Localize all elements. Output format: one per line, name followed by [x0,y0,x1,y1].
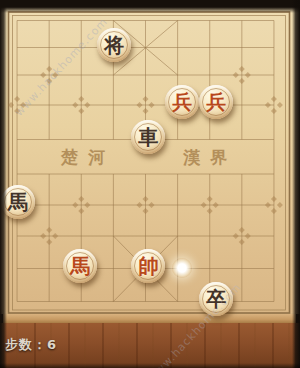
intersection-f6-r8[interactable] [199,252,233,285]
intersection-f5-r9[interactable] [165,285,199,318]
intersection-f1-r5[interactable] [35,158,63,190]
intersection-f5-r7[interactable] [165,220,199,252]
intersection-f1-r6[interactable] [35,190,63,220]
piece-black-general[interactable]: 将 [97,28,131,62]
piece-glyph: 将 [104,35,124,55]
intersection-f0-r4[interactable] [1,121,35,158]
intersection-f4-r0[interactable] [131,7,165,34]
piece-red-soldier-2[interactable]: 兵 [199,85,233,119]
intersection-f4-r6[interactable] [131,190,165,220]
xiangqi-board: 将兵兵車馬馬帥卒 [1,7,290,318]
intersection-f4-r3[interactable] [131,89,165,121]
intersection-f8-r5[interactable] [262,158,290,190]
intersection-f6-r5[interactable] [199,158,233,190]
intersection-f7-r7[interactable] [233,220,261,252]
move-highlight-dot [172,258,192,278]
move-counter: 步数：6 [5,336,57,354]
intersection-f4-r9[interactable] [131,285,165,318]
piece-glyph: 卒 [206,289,226,309]
intersection-f1-r7[interactable] [35,220,63,252]
intersection-f3-r9[interactable] [97,285,131,318]
piece-glyph: 兵 [206,92,226,112]
intersection-f4-r1[interactable] [131,34,165,61]
intersection-f3-r3[interactable] [97,89,131,121]
intersection-f0-r0[interactable] [1,7,35,34]
intersection-f2-r3[interactable] [63,89,97,121]
intersection-f0-r7[interactable] [1,220,35,252]
intersection-f1-r1[interactable] [35,34,63,61]
intersection-f7-r2[interactable] [233,61,261,89]
intersection-f5-r4[interactable] [165,121,199,158]
intersection-f5-r3[interactable]: 兵 [165,89,199,121]
intersection-f3-r2[interactable] [97,61,131,89]
intersection-f3-r4[interactable] [97,121,131,158]
intersection-f3-r8[interactable] [97,252,131,285]
intersection-f0-r1[interactable] [1,34,35,61]
piece-black-soldier[interactable]: 卒 [199,282,233,316]
intersection-f7-r0[interactable] [233,7,261,34]
piece-glyph: 馬 [8,192,28,212]
intersection-f7-r8[interactable] [233,252,261,285]
intersection-f4-r2[interactable] [131,61,165,89]
intersection-f2-r0[interactable] [63,7,97,34]
intersection-f7-r4[interactable] [233,121,261,158]
intersection-f6-r9[interactable]: 卒 [199,285,233,318]
intersection-f5-r0[interactable] [165,7,199,34]
piece-glyph: 馬 [70,256,90,276]
intersection-f4-r8[interactable]: 帥 [131,252,165,285]
intersection-f6-r6[interactable] [199,190,233,220]
intersection-f1-r2[interactable] [35,61,63,89]
intersection-f2-r2[interactable] [63,61,97,89]
intersection-f3-r6[interactable] [97,190,131,220]
piece-glyph: 兵 [172,92,192,112]
intersection-f3-r7[interactable] [97,220,131,252]
intersection-f6-r0[interactable] [199,7,233,34]
intersection-f2-r6[interactable] [63,190,97,220]
intersection-f2-r1[interactable] [63,34,97,61]
intersection-f6-r4[interactable] [199,121,233,158]
intersection-f1-r9[interactable] [35,285,63,318]
intersection-f2-r8[interactable]: 馬 [63,252,97,285]
piece-red-general[interactable]: 帥 [131,249,165,283]
intersection-f4-r4[interactable]: 車 [131,121,165,158]
intersection-f7-r6[interactable] [233,190,261,220]
intersection-f6-r1[interactable] [199,34,233,61]
intersection-f1-r8[interactable] [35,252,63,285]
xiangqi-app-screen: 楚河 漢界 将兵兵車馬馬帥卒 步数：6 www.hackhome.com www… [0,0,300,368]
intersection-f1-r0[interactable] [35,7,63,34]
intersection-f0-r2[interactable] [1,61,35,89]
intersection-f5-r5[interactable] [165,158,199,190]
intersection-f0-r6[interactable]: 馬 [1,190,35,220]
intersection-f0-r9[interactable] [1,285,35,318]
intersection-f8-r2[interactable] [262,61,290,89]
intersection-f3-r1[interactable]: 将 [97,34,131,61]
intersection-f4-r7[interactable] [131,220,165,252]
piece-red-horse[interactable]: 馬 [63,249,97,283]
intersection-f0-r8[interactable] [1,252,35,285]
piece-glyph: 車 [138,127,158,147]
piece-black-chariot[interactable]: 車 [131,120,165,154]
intersection-f5-r8[interactable] [165,252,199,285]
intersection-f4-r5[interactable] [131,158,165,190]
intersection-f8-r4[interactable] [262,121,290,158]
intersection-f5-r1[interactable] [165,34,199,61]
intersection-f7-r9[interactable] [233,285,261,318]
move-counter-value: 6 [47,337,57,352]
intersection-f8-r1[interactable] [262,34,290,61]
intersection-f3-r5[interactable] [97,158,131,190]
intersection-f6-r3[interactable]: 兵 [199,89,233,121]
intersection-f8-r3[interactable] [262,89,290,121]
intersection-f2-r7[interactable] [63,220,97,252]
intersection-f8-r0[interactable] [262,7,290,34]
piece-black-horse[interactable]: 馬 [1,185,35,219]
intersection-f1-r3[interactable] [35,89,63,121]
intersection-f5-r6[interactable] [165,190,199,220]
intersection-f0-r3[interactable] [1,89,35,121]
intersection-f2-r4[interactable] [63,121,97,158]
piece-glyph: 帥 [138,256,158,276]
intersection-f7-r1[interactable] [233,34,261,61]
intersection-f7-r5[interactable] [233,158,261,190]
move-counter-label: 步数： [5,337,47,352]
intersection-f1-r4[interactable] [35,121,63,158]
intersection-f8-r7[interactable] [262,220,290,252]
piece-red-soldier-1[interactable]: 兵 [165,85,199,119]
intersection-f6-r7[interactable] [199,220,233,252]
intersection-f8-r6[interactable] [262,190,290,220]
intersection-f8-r9[interactable] [262,285,290,318]
intersection-f7-r3[interactable] [233,89,261,121]
intersection-f2-r9[interactable] [63,285,97,318]
intersection-f8-r8[interactable] [262,252,290,285]
intersection-f2-r5[interactable] [63,158,97,190]
